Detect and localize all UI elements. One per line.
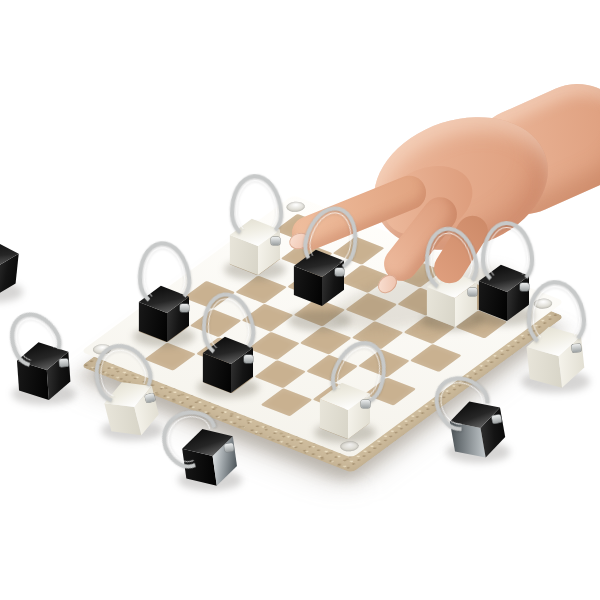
wire-loop-handle[interactable] xyxy=(479,220,534,288)
wire-loop-handle[interactable] xyxy=(419,222,483,296)
loop-overlay xyxy=(0,0,600,600)
wire-loop-handle[interactable] xyxy=(298,201,365,278)
product-photo-scene xyxy=(0,0,600,600)
